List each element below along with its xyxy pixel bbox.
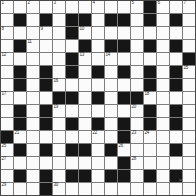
clue-number-17: 17 (2, 92, 6, 97)
clue-number-26: 26 (119, 144, 123, 149)
black-cell-r12-c6 (66, 144, 78, 156)
white-cell-r9-c10[interactable] (118, 105, 130, 117)
black-cell-r2-c6 (66, 14, 78, 26)
white-cell-r15-c3[interactable] (27, 183, 39, 195)
white-cell-r15-c14[interactable] (170, 183, 182, 195)
clue-number-24: 24 (145, 131, 149, 136)
white-cell-r5-c1[interactable]: 12 (1, 53, 13, 65)
black-cell-r4-c2 (14, 40, 26, 52)
white-cell-r9-c3[interactable] (27, 105, 39, 117)
black-cell-r14-c4 (40, 170, 52, 182)
clue-number-12: 12 (2, 53, 6, 58)
white-cell-r13-c6[interactable] (66, 157, 78, 169)
white-cell-r10-c1[interactable] (1, 118, 13, 130)
black-cell-r3-c6 (66, 27, 78, 39)
white-cell-r12-c10[interactable]: 26 (118, 144, 130, 156)
white-cell-r11-c4[interactable] (40, 131, 52, 143)
white-cell-r11-c5[interactable] (53, 131, 65, 143)
white-cell-r15-c8[interactable] (92, 183, 104, 195)
white-cell-r7-c9[interactable] (105, 79, 117, 91)
clue-number-3: 3 (54, 1, 56, 6)
white-cell-r4-c8[interactable] (92, 40, 104, 52)
white-cell-r15-c9[interactable] (105, 183, 117, 195)
white-cell-r3-c8[interactable] (92, 27, 104, 39)
black-cell-r8-c11 (131, 92, 143, 104)
black-cell-r6-c8 (92, 66, 104, 78)
clue-number-16: 16 (54, 79, 58, 84)
white-cell-r9-c1[interactable] (1, 105, 13, 117)
white-cell-r15-c15[interactable] (183, 183, 195, 195)
white-cell-r10-c13[interactable] (157, 118, 169, 130)
white-cell-r5-c4[interactable] (40, 53, 52, 65)
black-cell-r7-c4 (40, 79, 52, 91)
white-cell-r14-c13[interactable] (157, 170, 169, 182)
white-cell-r1-c2[interactable] (14, 1, 26, 13)
clue-number-9: 9 (41, 27, 43, 32)
black-cell-r6-c2 (14, 66, 26, 78)
black-cell-r4-c7 (79, 40, 91, 52)
white-cell-r12-c15[interactable] (183, 144, 195, 156)
white-cell-r2-c1[interactable] (1, 14, 13, 26)
white-cell-r7-c8[interactable] (92, 79, 104, 91)
white-cell-r14-c5[interactable] (53, 170, 65, 182)
black-cell-r10-c4 (40, 118, 52, 130)
black-cell-r12-c7 (79, 144, 91, 156)
white-cell-r14-c1[interactable] (1, 170, 13, 182)
white-cell-r13-c12[interactable] (144, 157, 156, 169)
white-cell-r5-c8[interactable] (92, 53, 104, 65)
white-cell-r3-c13[interactable] (157, 27, 169, 39)
white-cell-r13-c7[interactable] (79, 157, 91, 169)
black-cell-r4-c14 (170, 40, 182, 52)
clue-number-30: 30 (54, 183, 58, 188)
white-cell-r11-c15[interactable] (183, 131, 195, 143)
white-cell-r6-c11[interactable] (131, 66, 143, 78)
white-cell-r7-c1[interactable] (1, 79, 13, 91)
white-cell-r9-c5[interactable]: 19 (53, 105, 65, 117)
white-cell-r7-c5[interactable]: 16 (53, 79, 65, 91)
black-cell-r2-c7 (79, 14, 91, 26)
white-cell-r5-c7[interactable]: 13 (79, 53, 91, 65)
white-cell-r1-c13[interactable]: 6 (157, 1, 169, 13)
white-cell-r9-c8[interactable] (92, 105, 104, 117)
white-cell-r13-c3[interactable] (27, 157, 39, 169)
clue-number-6: 6 (158, 1, 160, 6)
white-cell-r7-c10[interactable] (118, 79, 130, 91)
white-cell-r1-c14[interactable] (170, 1, 182, 13)
white-cell-r7-c13[interactable] (157, 79, 169, 91)
black-cell-r2-c9 (105, 14, 117, 26)
black-cell-r14-c9 (105, 170, 117, 182)
white-cell-r15-c1[interactable]: 29 (1, 183, 13, 195)
black-cell-r13-c10 (118, 157, 130, 169)
white-cell-r8-c13[interactable] (157, 92, 169, 104)
black-cell-r14-c6 (66, 170, 78, 182)
black-cell-r12-c4 (40, 144, 52, 156)
white-cell-r11-c9[interactable] (105, 131, 117, 143)
white-cell-r11-c2[interactable]: 21 (14, 131, 26, 143)
white-cell-r14-c15[interactable] (183, 170, 195, 182)
white-cell-r1-c7[interactable] (79, 1, 91, 13)
white-cell-r14-c3[interactable] (27, 170, 39, 182)
white-cell-r5-c14[interactable] (170, 53, 182, 65)
white-cell-r5-c9[interactable]: 14 (105, 53, 117, 65)
white-cell-r3-c14[interactable] (170, 27, 182, 39)
white-cell-r7-c3[interactable] (27, 79, 39, 91)
black-cell-r2-c14 (170, 14, 182, 26)
white-cell-r9-c11[interactable]: 20 (131, 105, 143, 117)
black-cell-r2-c12 (144, 14, 156, 26)
white-cell-r15-c12[interactable] (144, 183, 156, 195)
white-cell-r2-c5[interactable] (53, 14, 65, 26)
white-cell-r8-c2[interactable] (14, 92, 26, 104)
clue-number-21: 21 (15, 131, 19, 136)
white-cell-r15-c11[interactable] (131, 183, 143, 195)
clue-number-29: 29 (2, 183, 6, 188)
white-cell-r4-c1[interactable] (1, 40, 13, 52)
black-cell-r6-c4 (40, 66, 52, 78)
white-cell-r3-c12[interactable] (144, 27, 156, 39)
white-cell-r1-c1[interactable]: 1 (1, 1, 13, 13)
white-cell-r10-c15[interactable] (183, 118, 195, 130)
black-cell-r4-c9 (105, 40, 117, 52)
black-cell-r9-c12 (144, 105, 156, 117)
white-cell-r11-c6[interactable] (66, 131, 78, 143)
black-cell-r4-c12 (144, 40, 156, 52)
white-cell-r5-c3[interactable] (27, 53, 39, 65)
black-cell-r8-c8 (92, 92, 104, 104)
black-cell-r9-c4 (40, 105, 52, 117)
black-cell-r12-c9 (105, 144, 117, 156)
white-cell-r10-c7[interactable] (79, 118, 91, 130)
white-cell-r2-c3[interactable] (27, 14, 39, 26)
white-cell-r12-c1[interactable]: 25 (1, 144, 13, 156)
white-cell-r15-c10[interactable] (118, 183, 130, 195)
white-cell-r3-c15[interactable] (183, 27, 195, 39)
white-cell-r8-c7[interactable] (79, 92, 91, 104)
white-cell-r15-c6[interactable] (66, 183, 78, 195)
black-cell-r15-c4 (40, 183, 52, 195)
white-cell-r3-c2[interactable] (14, 27, 26, 39)
white-cell-r13-c8[interactable] (92, 157, 104, 169)
white-cell-r3-c9[interactable] (105, 27, 117, 39)
white-cell-r1-c4[interactable] (40, 1, 52, 13)
clue-number-22: 22 (93, 131, 97, 136)
black-cell-r8-c10 (118, 92, 130, 104)
white-cell-r6-c3[interactable] (27, 66, 39, 78)
black-cell-r6-c6 (66, 66, 78, 78)
black-cell-r5-c15 (183, 53, 195, 65)
black-cell-r6-c14 (170, 66, 182, 78)
white-cell-r2-c8[interactable] (92, 14, 104, 26)
white-cell-r6-c5[interactable] (53, 66, 65, 78)
white-cell-r11-c12[interactable]: 24 (144, 131, 156, 143)
black-cell-r10-c10 (118, 118, 130, 130)
black-cell-r10-c14 (170, 118, 182, 130)
white-cell-r1-c5[interactable]: 3 (53, 1, 65, 13)
white-cell-r1-c8[interactable]: 4 (92, 1, 104, 13)
white-cell-r11-c3[interactable] (27, 131, 39, 143)
white-cell-r1-c3[interactable]: 2 (27, 1, 39, 13)
white-cell-r8-c12[interactable]: 18 (144, 92, 156, 104)
white-cell-r11-c13[interactable] (157, 131, 169, 143)
clue-number-23: 23 (132, 131, 136, 136)
white-cell-r3-c1[interactable]: 8 (1, 27, 13, 39)
white-cell-r5-c12[interactable] (144, 53, 156, 65)
white-cell-r8-c14[interactable] (170, 92, 182, 104)
black-cell-r9-c14 (170, 105, 182, 117)
clue-number-4: 4 (93, 1, 95, 6)
white-cell-r12-c12[interactable] (144, 144, 156, 156)
black-cell-r2-c4 (40, 14, 52, 26)
white-cell-r3-c7[interactable]: 10 (79, 27, 91, 39)
white-cell-r3-c3[interactable] (27, 27, 39, 39)
white-cell-r2-c15[interactable] (183, 14, 195, 26)
white-cell-r4-c5[interactable] (53, 40, 65, 52)
clue-number-28: 28 (132, 157, 136, 162)
white-cell-r4-c6[interactable] (66, 40, 78, 52)
black-cell-r14-c12 (144, 170, 156, 182)
white-cell-r9-c6[interactable] (66, 105, 78, 117)
white-cell-r9-c15[interactable] (183, 105, 195, 117)
black-cell-r14-c7 (79, 170, 91, 182)
white-cell-r13-c9[interactable] (105, 157, 117, 169)
white-cell-r11-c7[interactable] (79, 131, 91, 143)
white-cell-r10-c11[interactable] (131, 118, 143, 130)
white-cell-r6-c9[interactable] (105, 66, 117, 78)
white-cell-r15-c5[interactable]: 30 (53, 183, 65, 195)
white-cell-r13-c14[interactable] (170, 157, 182, 169)
black-cell-r2-c2 (14, 14, 26, 26)
white-cell-r5-c13[interactable] (157, 53, 169, 65)
black-cell-r1-c12 (144, 1, 156, 13)
black-cell-r7-c12 (144, 79, 156, 91)
black-cell-r6-c12 (144, 66, 156, 78)
white-cell-r1-c6[interactable] (66, 1, 78, 13)
white-cell-r3-c11[interactable] (131, 27, 143, 39)
black-cell-r10-c12 (144, 118, 156, 130)
black-cell-r11-c10 (118, 131, 130, 143)
black-cell-r8-c6 (66, 92, 78, 104)
white-cell-r10-c3[interactable] (27, 118, 39, 130)
white-cell-r2-c13[interactable] (157, 14, 169, 26)
black-cell-r9-c2 (14, 105, 26, 117)
white-cell-r12-c5[interactable] (53, 144, 65, 156)
white-cell-r2-c11[interactable] (131, 14, 143, 26)
black-cell-r8-c5 (53, 92, 65, 104)
white-cell-r7-c7[interactable] (79, 79, 91, 91)
white-cell-r7-c11[interactable] (131, 79, 143, 91)
clue-number-8: 8 (2, 27, 4, 32)
white-cell-r8-c9[interactable] (105, 92, 117, 104)
white-cell-r10-c5[interactable] (53, 118, 65, 130)
clue-number-20: 20 (132, 105, 136, 110)
white-cell-r5-c10[interactable] (118, 53, 130, 65)
clue-number-13: 13 (80, 53, 84, 58)
white-cell-r7-c15[interactable] (183, 79, 195, 91)
black-cell-r14-c2 (14, 170, 26, 182)
white-cell-r9-c13[interactable] (157, 105, 169, 117)
black-cell-r2-c10 (118, 14, 130, 26)
white-cell-r14-c8[interactable] (92, 170, 104, 182)
white-cell-r8-c4[interactable] (40, 92, 52, 104)
white-cell-r13-c4[interactable] (40, 157, 52, 169)
white-cell-r8-c3[interactable] (27, 92, 39, 104)
white-cell-r10-c9[interactable] (105, 118, 117, 130)
clue-number-15: 15 (184, 66, 188, 71)
white-cell-r1-c11[interactable]: 5 (131, 1, 143, 13)
white-cell-r1-c10[interactable] (118, 1, 130, 13)
clue-number-11: 11 (28, 40, 32, 45)
black-cell-r7-c2 (14, 79, 26, 91)
clue-number-5: 5 (132, 1, 134, 6)
black-cell-r5-c6 (66, 53, 78, 65)
white-cell-r12-c13[interactable] (157, 144, 169, 156)
black-cell-r12-c14 (170, 144, 182, 156)
white-cell-r13-c11[interactable]: 28 (131, 157, 143, 169)
clue-number-7: 7 (184, 1, 186, 6)
white-cell-r15-c13[interactable] (157, 183, 169, 195)
white-cell-r15-c7[interactable] (79, 183, 91, 195)
black-cell-r10-c8 (92, 118, 104, 130)
white-cell-r4-c3[interactable]: 11 (27, 40, 39, 52)
white-cell-r8-c1[interactable]: 17 (1, 92, 13, 104)
white-cell-r13-c5[interactable] (53, 157, 65, 169)
white-cell-r12-c3[interactable] (27, 144, 39, 156)
white-cell-r1-c15[interactable]: 7 (183, 1, 195, 13)
clue-number-10: 10 (80, 27, 84, 32)
white-cell-r4-c11[interactable] (131, 40, 143, 52)
white-cell-r6-c13[interactable] (157, 66, 169, 78)
white-cell-r1-c9[interactable] (105, 1, 117, 13)
white-cell-r13-c15[interactable] (183, 157, 195, 169)
black-cell-r14-c10 (118, 170, 130, 182)
white-cell-r3-c4[interactable]: 9 (40, 27, 52, 39)
white-cell-r5-c11[interactable] (131, 53, 143, 65)
clue-number-1: 1 (2, 1, 4, 6)
white-cell-r6-c7[interactable] (79, 66, 91, 78)
black-cell-r12-c2 (14, 144, 26, 156)
white-cell-r6-c15[interactable]: 15 (183, 66, 195, 78)
white-cell-r6-c1[interactable] (1, 66, 13, 78)
black-cell-r14-c14: a (170, 170, 182, 182)
white-cell-r9-c7[interactable] (79, 105, 91, 117)
white-cell-r7-c6[interactable] (66, 79, 78, 91)
white-cell-r5-c2[interactable] (14, 53, 26, 65)
white-cell-r11-c14[interactable] (170, 131, 182, 143)
white-cell-r5-c5[interactable] (53, 53, 65, 65)
print-artifact: a (179, 178, 181, 182)
clue-number-27: 27 (2, 157, 6, 162)
white-cell-r13-c2[interactable] (14, 157, 26, 169)
clue-number-2: 2 (28, 1, 30, 6)
white-cell-r13-c13[interactable] (157, 157, 169, 169)
white-cell-r11-c8[interactable]: 22 (92, 131, 104, 143)
white-cell-r13-c1[interactable]: 27 (1, 157, 13, 169)
white-cell-r11-c11[interactable]: 23 (131, 131, 143, 143)
white-cell-r12-c11[interactable] (131, 144, 143, 156)
black-cell-r10-c2 (14, 118, 26, 130)
white-cell-r14-c11[interactable] (131, 170, 143, 182)
white-cell-r3-c5[interactable] (53, 27, 65, 39)
black-cell-r6-c10 (118, 66, 130, 78)
clue-number-18: 18 (145, 92, 149, 97)
white-cell-r9-c9[interactable] (105, 105, 117, 117)
clue-number-25: 25 (2, 144, 6, 149)
white-cell-r8-c15[interactable] (183, 92, 195, 104)
black-cell-r10-c6 (66, 118, 78, 130)
crossword-grid: 1234567891011121314151617181920212223242… (0, 0, 196, 196)
white-cell-r4-c13[interactable] (157, 40, 169, 52)
white-cell-r3-c10[interactable] (118, 27, 130, 39)
clue-number-14: 14 (106, 53, 110, 58)
white-cell-r15-c2[interactable] (14, 183, 26, 195)
black-cell-r11-c1 (1, 131, 13, 143)
white-cell-r4-c15[interactable] (183, 40, 195, 52)
black-cell-r4-c10 (118, 40, 130, 52)
black-cell-r7-c14 (170, 79, 182, 91)
white-cell-r4-c4[interactable] (40, 40, 52, 52)
clue-number-19: 19 (54, 105, 58, 110)
white-cell-r12-c8[interactable] (92, 144, 104, 156)
